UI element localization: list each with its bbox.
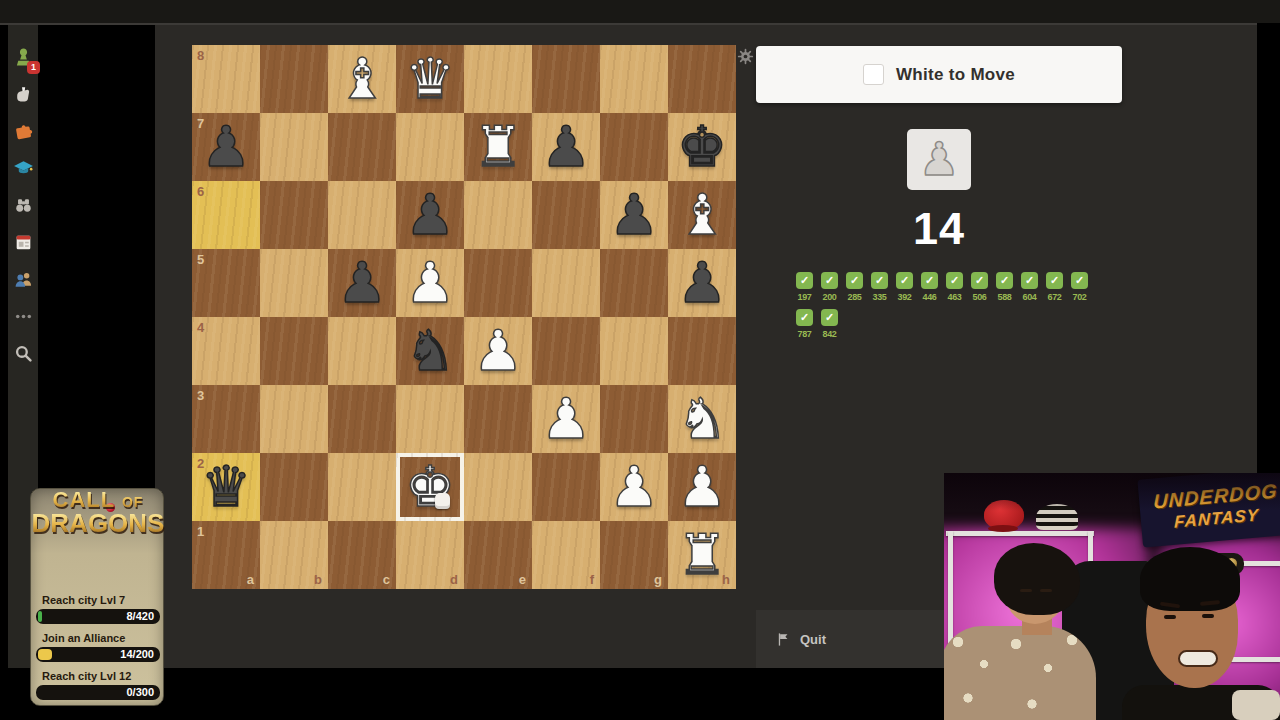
- square-c1[interactable]: c: [328, 521, 396, 589]
- two-people-icon: [13, 269, 34, 294]
- rank-label-3: 3: [197, 388, 204, 403]
- square-g7[interactable]: [600, 113, 668, 181]
- three-dots-icon: [13, 306, 34, 331]
- square-b4[interactable]: [260, 317, 328, 385]
- rank-label-1: 1: [197, 524, 204, 539]
- quest-progress-fill: [38, 649, 52, 660]
- rating-label: 842: [821, 329, 838, 339]
- white-pawn-d5[interactable]: ♟: [405, 249, 455, 317]
- black-pawn-a7[interactable]: ♟: [201, 113, 251, 181]
- puzzle-piece-icon: [13, 121, 34, 146]
- file-label-a: a: [247, 572, 254, 587]
- binoculars-icon: [13, 195, 34, 220]
- square-a1[interactable]: 1a: [192, 521, 260, 589]
- square-c5[interactable]: ♟: [328, 249, 396, 317]
- solved-rating-604: ✓604: [1021, 272, 1046, 302]
- square-h3[interactable]: ♞: [668, 385, 736, 453]
- check-icon: ✓: [996, 272, 1013, 289]
- white-rook-h1[interactable]: ♜: [677, 521, 727, 589]
- square-d5[interactable]: ♟: [396, 249, 464, 317]
- square-b2[interactable]: [260, 453, 328, 521]
- rating-label: 463: [946, 292, 963, 302]
- square-g4[interactable]: [600, 317, 668, 385]
- rank-label-6: 6: [197, 184, 204, 199]
- black-queen-a2[interactable]: ♛: [201, 453, 251, 521]
- square-h1[interactable]: h♜: [668, 521, 736, 589]
- sidebar-item-search[interactable]: [11, 343, 35, 367]
- square-e8[interactable]: [464, 45, 532, 113]
- square-d8[interactable]: ♛: [396, 45, 464, 113]
- check-icon: ✓: [821, 272, 838, 289]
- square-e7[interactable]: ♜: [464, 113, 532, 181]
- white-pawn-f3[interactable]: ♟: [541, 385, 591, 453]
- square-f4[interactable]: [532, 317, 600, 385]
- square-a4[interactable]: 4: [192, 317, 260, 385]
- file-label-e: e: [519, 572, 526, 587]
- white-pawn-g2[interactable]: ♟: [609, 453, 659, 521]
- check-icon: ✓: [821, 309, 838, 326]
- solved-rating-285: ✓285: [846, 272, 871, 302]
- check-icon: ✓: [846, 272, 863, 289]
- square-g8[interactable]: [600, 45, 668, 113]
- square-a6[interactable]: 6: [192, 181, 260, 249]
- square-b5[interactable]: [260, 249, 328, 317]
- black-pawn-f7[interactable]: ♟: [541, 113, 591, 181]
- black-pawn-c5[interactable]: ♟: [337, 249, 387, 317]
- check-icon: ✓: [1021, 272, 1038, 289]
- rating-label: 285: [846, 292, 863, 302]
- square-f7[interactable]: ♟: [532, 113, 600, 181]
- quest-progress-value: 14/200: [120, 647, 154, 662]
- square-b7[interactable]: [260, 113, 328, 181]
- file-label-f: f: [590, 572, 594, 587]
- square-d4[interactable]: ♞: [396, 317, 464, 385]
- black-king-h7[interactable]: ♚: [677, 113, 727, 181]
- square-a8[interactable]: 8: [192, 45, 260, 113]
- white-queen-d8[interactable]: ♛: [405, 45, 455, 113]
- graduation-cap-icon: [13, 158, 34, 183]
- solved-rating-197: ✓197: [796, 272, 821, 302]
- rating-label: 200: [821, 292, 838, 302]
- hand-holding-piece-icon: [13, 84, 34, 109]
- solved-rating-463: ✓463: [946, 272, 971, 302]
- check-icon: ✓: [871, 272, 888, 289]
- file-label-b: b: [314, 572, 322, 587]
- file-label-g: g: [654, 572, 662, 587]
- quit-label: Quit: [800, 632, 826, 647]
- solved-rating-842: ✓842: [821, 309, 846, 339]
- square-h4[interactable]: [668, 317, 736, 385]
- square-g1[interactable]: g: [600, 521, 668, 589]
- solved-rating-446: ✓446: [921, 272, 946, 302]
- sidebar-item-puzzles[interactable]: [11, 121, 35, 145]
- square-h8[interactable]: [668, 45, 736, 113]
- square-a3[interactable]: 3: [192, 385, 260, 453]
- solved-rating-588: ✓588: [996, 272, 1021, 302]
- rating-label: 392: [896, 292, 913, 302]
- top-strip: [0, 0, 1280, 23]
- rating-label: 588: [996, 292, 1013, 302]
- newspaper-icon: [13, 232, 34, 257]
- to-move-header: White to Move: [756, 46, 1122, 103]
- square-b8[interactable]: [260, 45, 328, 113]
- square-f2[interactable]: [532, 453, 600, 521]
- streak-piece-tile: ♟: [907, 129, 971, 190]
- white-knight-h3[interactable]: ♞: [677, 385, 727, 453]
- screen: 1 8♝♛7♟♜♟♚6♟♟♝5♟♟♟4♞♟3♟♞2♛♚♟♟1abcdefgh♜: [0, 0, 1280, 720]
- check-icon: ✓: [971, 272, 988, 289]
- webcam-overlay: UNDERDOG FANTASY: [944, 473, 1280, 720]
- white-square-indicator-icon: [863, 64, 884, 85]
- check-icon: ✓: [796, 272, 813, 289]
- square-g5[interactable]: [600, 249, 668, 317]
- rating-label: 197: [796, 292, 813, 302]
- quest-label-0: Reach city Lvl 7: [42, 594, 162, 606]
- square-e4[interactable]: ♟: [464, 317, 532, 385]
- square-f8[interactable]: [532, 45, 600, 113]
- solved-rating-702: ✓702: [1071, 272, 1096, 302]
- square-b1[interactable]: b: [260, 521, 328, 589]
- rank-label-7: 7: [197, 116, 204, 131]
- sidebar-item-watch[interactable]: [11, 195, 35, 219]
- square-c7[interactable]: [328, 113, 396, 181]
- quest-list: Reach city Lvl 78/420Join an Alliance14/…: [36, 594, 162, 708]
- sidebar-item-social[interactable]: [11, 269, 35, 293]
- call-of-dragons-overlay: CALL OF DRAGONS Reach city Lvl 78/420Joi…: [14, 466, 182, 716]
- square-c6[interactable]: [328, 181, 396, 249]
- rank-label-4: 4: [197, 320, 204, 335]
- chess-board[interactable]: 8♝♛7♟♜♟♚6♟♟♝5♟♟♟4♞♟3♟♞2♛♚♟♟1abcdefgh♜: [192, 45, 736, 589]
- solved-rating-787: ✓787: [796, 309, 821, 339]
- quest-progress-bar-1: 14/200: [36, 647, 160, 662]
- call-of-dragons-logo: CALL OF DRAGONS: [14, 490, 182, 536]
- check-icon: ✓: [946, 272, 963, 289]
- square-e6[interactable]: [464, 181, 532, 249]
- square-h2[interactable]: ♟: [668, 453, 736, 521]
- webcam-vignette: [944, 473, 1280, 720]
- square-a7[interactable]: 7♟: [192, 113, 260, 181]
- streak-count: 14: [756, 203, 1122, 255]
- white-rook-e7[interactable]: ♜: [473, 113, 523, 181]
- flag-icon: [776, 632, 791, 647]
- check-icon: ✓: [921, 272, 938, 289]
- rating-label: 787: [796, 329, 813, 339]
- solved-rating-506: ✓506: [971, 272, 996, 302]
- quest-progress-value: 0/300: [126, 685, 154, 700]
- sidebar-item-home[interactable]: 1: [11, 47, 35, 71]
- square-a2[interactable]: 2♛: [192, 453, 260, 521]
- square-g2[interactable]: ♟: [600, 453, 668, 521]
- rating-label: 506: [971, 292, 988, 302]
- black-pawn-d6[interactable]: ♟: [405, 181, 455, 249]
- quest-progress-bar-0: 8/420: [36, 609, 160, 624]
- sidebar-item-more[interactable]: [11, 306, 35, 330]
- solved-rating-672: ✓672: [1046, 272, 1071, 302]
- hand-cursor: [435, 493, 450, 509]
- file-label-d: d: [450, 572, 458, 587]
- square-e5[interactable]: [464, 249, 532, 317]
- square-c2[interactable]: [328, 453, 396, 521]
- check-icon: ✓: [1071, 272, 1088, 289]
- square-h5[interactable]: ♟: [668, 249, 736, 317]
- square-g3[interactable]: [600, 385, 668, 453]
- square-f5[interactable]: [532, 249, 600, 317]
- white-bishop-h6[interactable]: ♝: [677, 181, 727, 249]
- square-d3[interactable]: [396, 385, 464, 453]
- square-b3[interactable]: [260, 385, 328, 453]
- square-d6[interactable]: ♟: [396, 181, 464, 249]
- square-g6[interactable]: ♟: [600, 181, 668, 249]
- solved-ratings: ✓197✓200✓285✓335✓392✓446✓463✓506✓588✓604…: [796, 272, 1098, 346]
- file-label-h: h: [722, 572, 730, 587]
- square-d7[interactable]: [396, 113, 464, 181]
- black-pawn-h5[interactable]: ♟: [677, 249, 727, 317]
- rating-label: 702: [1071, 292, 1088, 302]
- square-d1[interactable]: d: [396, 521, 464, 589]
- notification-badge: 1: [27, 61, 40, 74]
- square-c4[interactable]: [328, 317, 396, 385]
- rating-label: 335: [871, 292, 888, 302]
- square-a5[interactable]: 5: [192, 249, 260, 317]
- square-d2[interactable]: ♚: [396, 453, 464, 521]
- sidebar-item-news[interactable]: [11, 232, 35, 256]
- sidebar-item-play[interactable]: [11, 84, 35, 108]
- quest-progress-fill: [38, 611, 42, 622]
- black-pawn-g6[interactable]: ♟: [609, 181, 659, 249]
- white-king-d2[interactable]: ♚: [405, 453, 455, 521]
- square-f6[interactable]: [532, 181, 600, 249]
- rating-label: 604: [1021, 292, 1038, 302]
- rating-label: 446: [921, 292, 938, 302]
- black-knight-d4[interactable]: ♞: [405, 317, 455, 385]
- solved-rating-200: ✓200: [821, 272, 846, 302]
- check-icon: ✓: [1046, 272, 1063, 289]
- white-pawn-icon: ♟: [918, 129, 959, 190]
- quest-progress-bar-2: 0/300: [36, 685, 160, 700]
- white-bishop-c8[interactable]: ♝: [337, 45, 387, 113]
- solved-rating-335: ✓335: [871, 272, 896, 302]
- square-f3[interactable]: ♟: [532, 385, 600, 453]
- check-icon: ✓: [896, 272, 913, 289]
- square-f1[interactable]: f: [532, 521, 600, 589]
- square-b6[interactable]: [260, 181, 328, 249]
- settings-gear-icon[interactable]: [737, 48, 754, 65]
- square-e1[interactable]: e: [464, 521, 532, 589]
- square-h6[interactable]: ♝: [668, 181, 736, 249]
- quest-progress-value: 8/420: [126, 609, 154, 624]
- white-pawn-e4[interactable]: ♟: [473, 317, 523, 385]
- square-e3[interactable]: [464, 385, 532, 453]
- rating-label: 672: [1046, 292, 1063, 302]
- rank-label-8: 8: [197, 48, 204, 63]
- quest-label-2: Reach city Lvl 12: [42, 670, 162, 682]
- square-h7[interactable]: ♚: [668, 113, 736, 181]
- square-c3[interactable]: [328, 385, 396, 453]
- rank-label-5: 5: [197, 252, 204, 267]
- sidebar-item-learn[interactable]: [11, 158, 35, 182]
- solved-rating-392: ✓392: [896, 272, 921, 302]
- search-icon: [13, 343, 34, 368]
- rank-label-2: 2: [197, 456, 204, 471]
- square-e2[interactable]: [464, 453, 532, 521]
- quest-label-1: Join an Alliance: [42, 632, 162, 644]
- square-c8[interactable]: ♝: [328, 45, 396, 113]
- white-pawn-h2[interactable]: ♟: [677, 453, 727, 521]
- file-label-c: c: [383, 572, 390, 587]
- to-move-label: White to Move: [896, 65, 1015, 85]
- check-icon: ✓: [796, 309, 813, 326]
